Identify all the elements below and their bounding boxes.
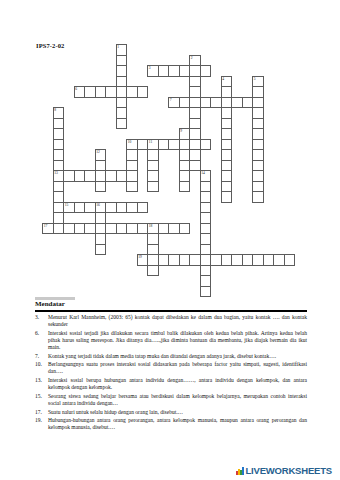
clue-item: 19.Hubungan-hubungan antara orang perora… — [35, 417, 307, 431]
crossword-cell[interactable] — [137, 202, 149, 214]
clue-text: Interaksi sosial terjadi jika dilakukan … — [48, 330, 307, 351]
cell-number: 5 — [254, 77, 256, 81]
crossword-cell[interactable] — [252, 191, 264, 203]
cell-number: 15 — [65, 203, 69, 207]
cell-number: 2 — [191, 56, 193, 60]
clue-number: 17. — [35, 409, 48, 416]
clue-number: 19. — [35, 417, 48, 431]
clue-number: 3. — [35, 314, 48, 328]
cell-number: 1 — [117, 45, 119, 49]
cell-number: 16 — [96, 203, 100, 207]
clue-text: Menurut Karl Mannheim, (2003: 65) kontak… — [48, 314, 307, 328]
crossword-cell[interactable] — [137, 86, 149, 98]
liveworksheets-logo-text: LIVEWORKSHEETS — [246, 465, 332, 476]
clue-number: 6. — [35, 330, 48, 351]
cell-number: 11 — [149, 140, 152, 144]
crossword-cell[interactable] — [284, 254, 296, 266]
cell-number: 7 — [170, 98, 172, 102]
logo-bar — [242, 467, 244, 475]
cell-number: 19 — [138, 255, 142, 259]
clue-item: 3.Menurut Karl Mannheim, (2003: 65) kont… — [35, 314, 307, 328]
cell-number: 17 — [44, 224, 48, 228]
liveworksheets-logo[interactable]: LIVEWORKSHEETS — [236, 465, 332, 476]
crossword-cell[interactable] — [95, 244, 107, 256]
across-section-heading: Mendatar — [35, 300, 65, 308]
cell-number: 10 — [128, 140, 132, 144]
crossword-cell[interactable] — [221, 191, 233, 203]
clue-text: Hubungan-hubungan antara orang peroranga… — [48, 417, 307, 431]
heading-rule — [35, 310, 307, 312]
cell-number: 9 — [180, 129, 182, 133]
cell-number: 3 — [149, 66, 151, 70]
clue-text: Kontak yang terjadi tidak dalam media ta… — [48, 353, 307, 360]
cell-number: 6 — [75, 87, 77, 91]
crossword-grid: 12345678910111213141516171819 — [42, 44, 295, 297]
crossword-cell[interactable] — [116, 118, 128, 130]
clue-number: 15. — [35, 393, 48, 407]
clue-number: 13. — [35, 377, 48, 391]
across-clue-list: 3.Menurut Karl Mannheim, (2003: 65) kont… — [35, 314, 307, 433]
clue-item: 10.Berlangsungnya suatu proses interaksi… — [35, 361, 307, 375]
clue-text: Interaksi sosial berupa hubungan antara … — [48, 377, 307, 391]
crossword-cell[interactable] — [95, 181, 107, 193]
clue-text: Berlangsungnya suatu proses interaksi so… — [48, 361, 307, 375]
crossword-cell[interactable] — [179, 181, 191, 193]
clue-item: 7.Kontak yang terjadi tidak dalam media … — [35, 353, 307, 360]
clue-item: 6.Interaksi sosial terjadi jika dilakuka… — [35, 330, 307, 351]
crossword-cell[interactable] — [126, 181, 138, 193]
cell-number: 12 — [96, 150, 100, 154]
crossword-cell[interactable] — [200, 65, 212, 77]
crossword-cell[interactable] — [200, 139, 212, 151]
clue-number: 7. — [35, 353, 48, 360]
crossword-cell[interactable] — [179, 223, 191, 235]
clue-text: Suatu naluri untuk selalu hidup dengan o… — [48, 409, 307, 416]
cell-number: 8 — [54, 108, 56, 112]
crossword-cell[interactable] — [147, 265, 159, 277]
crossword-cell[interactable] — [147, 181, 159, 193]
liveworksheets-bars-icon — [236, 467, 244, 475]
cell-number: 4 — [222, 77, 224, 81]
clue-item: 13.Interaksi sosial berupa hubungan anta… — [35, 377, 307, 391]
cell-number: 14 — [201, 171, 205, 175]
crossword-cell[interactable] — [200, 286, 212, 298]
clue-item: 15.Seorang siswa sedang belajar bersama … — [35, 393, 307, 407]
cell-number: 13 — [54, 171, 58, 175]
clue-item: 17.Suatu naluri untuk selalu hidup denga… — [35, 409, 307, 416]
clue-text: Seorang siswa sedang belajar bersama ata… — [48, 393, 307, 407]
cell-number: 18 — [149, 224, 153, 228]
clue-number: 10. — [35, 361, 48, 375]
